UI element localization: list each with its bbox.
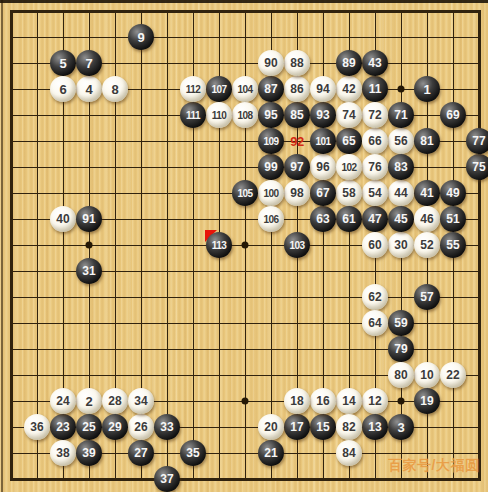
stone-white-76: 76 — [362, 154, 388, 180]
stone-white-4: 4 — [76, 76, 102, 102]
stone-black-67: 67 — [310, 180, 336, 206]
stone-black-83: 83 — [388, 154, 414, 180]
stone-white-82: 82 — [336, 414, 362, 440]
stone-black-85: 85 — [284, 102, 310, 128]
stone-black-87: 87 — [258, 76, 284, 102]
stone-black-39: 39 — [76, 440, 102, 466]
stone-black-81: 81 — [414, 128, 440, 154]
stone-white-46: 46 — [414, 206, 440, 232]
stone-white-24: 24 — [50, 388, 76, 414]
stone-white-88: 88 — [284, 50, 310, 76]
stone-white-80: 80 — [388, 362, 414, 388]
stone-white-96: 96 — [310, 154, 336, 180]
stone-black-49: 49 — [440, 180, 466, 206]
stone-black-15: 15 — [310, 414, 336, 440]
stone-black-61: 61 — [336, 206, 362, 232]
stone-black-13: 13 — [362, 414, 388, 440]
stone-black-51: 51 — [440, 206, 466, 232]
stone-white-94: 94 — [310, 76, 336, 102]
stone-white-20: 20 — [258, 414, 284, 440]
grid-line-horizontal — [11, 297, 479, 298]
stone-white-64: 64 — [362, 310, 388, 336]
stone-white-106: 106 — [258, 206, 284, 232]
stone-black-33: 33 — [154, 414, 180, 440]
stone-white-42: 42 — [336, 76, 362, 102]
stone-black-31: 31 — [76, 258, 102, 284]
stone-black-101: 101 — [310, 128, 336, 154]
stone-black-89: 89 — [336, 50, 362, 76]
stone-white-40: 40 — [50, 206, 76, 232]
stone-black-109: 109 — [258, 128, 284, 154]
stone-black-7: 7 — [76, 50, 102, 76]
stone-black-43: 43 — [362, 50, 388, 76]
stone-white-12: 12 — [362, 388, 388, 414]
stone-white-84: 84 — [336, 440, 362, 466]
image-edge-left — [1, 0, 3, 492]
stone-white-60: 60 — [362, 232, 388, 258]
star-point — [242, 242, 249, 249]
stone-white-18: 18 — [284, 388, 310, 414]
stone-black-63: 63 — [310, 206, 336, 232]
stone-white-26: 26 — [128, 414, 154, 440]
stone-black-17: 17 — [284, 414, 310, 440]
stone-white-102: 102 — [336, 154, 362, 180]
stone-black-111: 111 — [180, 102, 206, 128]
stone-white-98: 98 — [284, 180, 310, 206]
stone-black-19: 19 — [414, 388, 440, 414]
stone-white-52: 52 — [414, 232, 440, 258]
stone-black-55: 55 — [440, 232, 466, 258]
stone-white-38: 38 — [50, 440, 76, 466]
stone-black-91: 91 — [76, 206, 102, 232]
stone-black-21: 21 — [258, 440, 284, 466]
stone-black-1: 1 — [414, 76, 440, 102]
stone-white-22: 22 — [440, 362, 466, 388]
stone-black-59: 59 — [388, 310, 414, 336]
stone-white-104: 104 — [232, 76, 258, 102]
stone-white-10: 10 — [414, 362, 440, 388]
stone-black-11: 11 — [362, 76, 388, 102]
captured-move-number: 92 — [290, 134, 303, 149]
stone-white-36: 36 — [24, 414, 50, 440]
stone-white-62: 62 — [362, 284, 388, 310]
stone-black-23: 23 — [50, 414, 76, 440]
stone-white-54: 54 — [362, 180, 388, 206]
stone-black-9: 9 — [128, 24, 154, 50]
stone-white-44: 44 — [388, 180, 414, 206]
star-point — [242, 398, 249, 405]
stone-white-66: 66 — [362, 128, 388, 154]
stone-black-41: 41 — [414, 180, 440, 206]
stone-black-99: 99 — [258, 154, 284, 180]
image-edge-top — [0, 0, 488, 3]
stone-black-75: 75 — [466, 154, 488, 180]
stone-black-93: 93 — [310, 102, 336, 128]
star-point — [398, 398, 405, 405]
stone-black-95: 95 — [258, 102, 284, 128]
stone-white-2: 2 — [76, 388, 102, 414]
stone-black-65: 65 — [336, 128, 362, 154]
stone-black-47: 47 — [362, 206, 388, 232]
stone-black-77: 77 — [466, 128, 488, 154]
stone-black-27: 27 — [128, 440, 154, 466]
stone-black-113: 113 — [206, 232, 232, 258]
stone-white-74: 74 — [336, 102, 362, 128]
watermark: 百家号/大福圆 — [388, 457, 479, 475]
stone-white-56: 56 — [388, 128, 414, 154]
stone-black-35: 35 — [180, 440, 206, 466]
stone-black-25: 25 — [76, 414, 102, 440]
stone-white-110: 110 — [206, 102, 232, 128]
stone-black-69: 69 — [440, 102, 466, 128]
stone-white-14: 14 — [336, 388, 362, 414]
stone-black-3: 3 — [388, 414, 414, 440]
stone-black-37: 37 — [154, 466, 180, 492]
stone-black-29: 29 — [102, 414, 128, 440]
stone-black-71: 71 — [388, 102, 414, 128]
star-point — [86, 242, 93, 249]
stone-white-100: 100 — [258, 180, 284, 206]
stone-black-79: 79 — [388, 336, 414, 362]
stone-black-5: 5 — [50, 50, 76, 76]
stone-white-90: 90 — [258, 50, 284, 76]
go-board-diagram: 1234567891011121314151617181920212223242… — [0, 0, 488, 492]
stone-white-58: 58 — [336, 180, 362, 206]
stone-black-57: 57 — [414, 284, 440, 310]
stone-white-8: 8 — [102, 76, 128, 102]
stone-white-112: 112 — [180, 76, 206, 102]
stone-white-28: 28 — [102, 388, 128, 414]
stone-white-72: 72 — [362, 102, 388, 128]
stone-black-45: 45 — [388, 206, 414, 232]
stone-black-105: 105 — [232, 180, 258, 206]
stone-black-97: 97 — [284, 154, 310, 180]
stone-white-34: 34 — [128, 388, 154, 414]
stone-white-6: 6 — [50, 76, 76, 102]
stone-white-16: 16 — [310, 388, 336, 414]
stone-white-30: 30 — [388, 232, 414, 258]
stone-white-86: 86 — [284, 76, 310, 102]
stone-white-108: 108 — [232, 102, 258, 128]
stone-black-107: 107 — [206, 76, 232, 102]
stone-black-103: 103 — [284, 232, 310, 258]
star-point — [398, 86, 405, 93]
